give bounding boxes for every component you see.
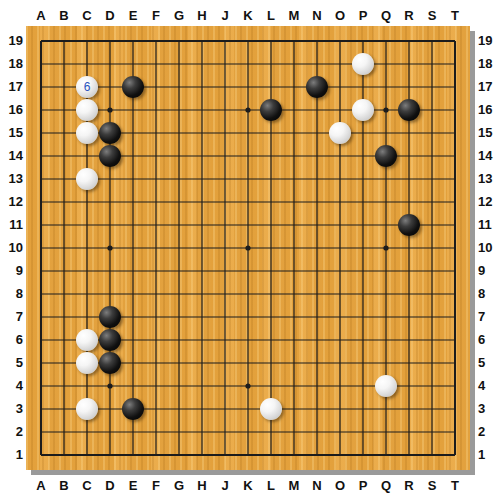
coord-left-15: 15 [2, 125, 23, 141]
coord-bottom-E: E [122, 478, 145, 494]
coord-right-4: 4 [478, 378, 498, 394]
coord-bottom-A: A [30, 478, 53, 494]
stone-white-C17[interactable]: 6 [76, 76, 98, 98]
star-point [107, 107, 112, 112]
coord-left-10: 10 [2, 240, 23, 256]
coord-top-F: F [145, 8, 168, 24]
coord-bottom-R: R [398, 478, 421, 494]
coord-bottom-B: B [53, 478, 76, 494]
stone-white-P16[interactable] [352, 99, 374, 121]
coord-bottom-T: T [444, 478, 467, 494]
coord-right-19: 19 [478, 33, 498, 49]
star-point [107, 383, 112, 388]
stone-white-Q4[interactable] [375, 375, 397, 397]
coord-right-17: 17 [478, 79, 498, 95]
coord-right-7: 7 [478, 309, 498, 325]
star-point [383, 245, 388, 250]
coord-top-P: P [352, 8, 375, 24]
coord-right-14: 14 [478, 148, 498, 164]
coord-bottom-O: O [329, 478, 352, 494]
coord-right-13: 13 [478, 171, 498, 187]
coord-right-8: 8 [478, 286, 498, 302]
coord-bottom-D: D [99, 478, 122, 494]
coord-left-16: 16 [2, 102, 23, 118]
coord-left-1: 1 [2, 447, 23, 463]
coord-right-9: 9 [478, 263, 498, 279]
stone-black-D6[interactable] [99, 329, 121, 351]
stone-black-N17[interactable] [306, 76, 328, 98]
stone-white-C13[interactable] [76, 168, 98, 190]
coord-left-6: 6 [2, 332, 23, 348]
coord-top-B: B [53, 8, 76, 24]
coord-left-13: 13 [2, 171, 23, 187]
coord-right-11: 11 [478, 217, 498, 233]
stone-black-Q14[interactable] [375, 145, 397, 167]
stone-black-L16[interactable] [260, 99, 282, 121]
coord-top-S: S [421, 8, 444, 24]
go-app-window: 6 AABBCCDDEEFFGGHHJJKKLLMMNNOOPPQQRRSSTT… [0, 0, 498, 498]
coord-top-J: J [214, 8, 237, 24]
stone-white-O15[interactable] [329, 122, 351, 144]
coord-bottom-Q: Q [375, 478, 398, 494]
coord-left-7: 7 [2, 309, 23, 325]
coord-left-8: 8 [2, 286, 23, 302]
coord-bottom-C: C [76, 478, 99, 494]
stone-white-C15[interactable] [76, 122, 98, 144]
coord-top-M: M [283, 8, 306, 24]
coord-right-1: 1 [478, 447, 498, 463]
coord-right-18: 18 [478, 56, 498, 72]
coord-bottom-H: H [191, 478, 214, 494]
stone-black-D5[interactable] [99, 352, 121, 374]
move-number-label: 6 [84, 81, 91, 93]
coord-left-11: 11 [2, 217, 23, 233]
stone-white-L3[interactable] [260, 398, 282, 420]
coord-left-3: 3 [2, 401, 23, 417]
coord-right-6: 6 [478, 332, 498, 348]
stone-black-D7[interactable] [99, 306, 121, 328]
coord-left-14: 14 [2, 148, 23, 164]
coord-left-4: 4 [2, 378, 23, 394]
coord-left-12: 12 [2, 194, 23, 210]
coord-top-D: D [99, 8, 122, 24]
stone-white-C16[interactable] [76, 99, 98, 121]
coord-top-L: L [260, 8, 283, 24]
coord-right-15: 15 [478, 125, 498, 141]
coord-right-16: 16 [478, 102, 498, 118]
coord-top-E: E [122, 8, 145, 24]
coord-right-5: 5 [478, 355, 498, 371]
stone-black-R11[interactable] [398, 214, 420, 236]
coord-left-9: 9 [2, 263, 23, 279]
stone-white-C5[interactable] [76, 352, 98, 374]
coord-left-17: 17 [2, 79, 23, 95]
coord-top-O: O [329, 8, 352, 24]
go-board[interactable]: 6 [26, 26, 470, 470]
stone-white-C6[interactable] [76, 329, 98, 351]
coord-top-T: T [444, 8, 467, 24]
star-point [383, 107, 388, 112]
coord-right-3: 3 [478, 401, 498, 417]
coord-left-19: 19 [2, 33, 23, 49]
coord-left-18: 18 [2, 56, 23, 72]
star-point [245, 383, 250, 388]
coord-top-K: K [237, 8, 260, 24]
coord-bottom-G: G [168, 478, 191, 494]
coord-right-12: 12 [478, 194, 498, 210]
coord-bottom-P: P [352, 478, 375, 494]
stone-white-C3[interactable] [76, 398, 98, 420]
stone-white-P18[interactable] [352, 53, 374, 75]
coord-bottom-F: F [145, 478, 168, 494]
coord-top-R: R [398, 8, 421, 24]
coord-top-A: A [30, 8, 53, 24]
coord-bottom-K: K [237, 478, 260, 494]
coord-right-2: 2 [478, 424, 498, 440]
coord-right-10: 10 [478, 240, 498, 256]
coord-top-G: G [168, 8, 191, 24]
stone-black-D14[interactable] [99, 145, 121, 167]
stone-black-E3[interactable] [122, 398, 144, 420]
star-point [245, 107, 250, 112]
coord-bottom-L: L [260, 478, 283, 494]
stone-black-E17[interactable] [122, 76, 144, 98]
coord-bottom-S: S [421, 478, 444, 494]
coord-top-C: C [76, 8, 99, 24]
coord-bottom-M: M [283, 478, 306, 494]
stone-black-D15[interactable] [99, 122, 121, 144]
star-point [245, 245, 250, 250]
coord-bottom-N: N [306, 478, 329, 494]
stone-black-R16[interactable] [398, 99, 420, 121]
coord-left-5: 5 [2, 355, 23, 371]
coord-bottom-J: J [214, 478, 237, 494]
coord-top-Q: Q [375, 8, 398, 24]
star-point [107, 245, 112, 250]
coord-left-2: 2 [2, 424, 23, 440]
coord-top-N: N [306, 8, 329, 24]
coord-top-H: H [191, 8, 214, 24]
